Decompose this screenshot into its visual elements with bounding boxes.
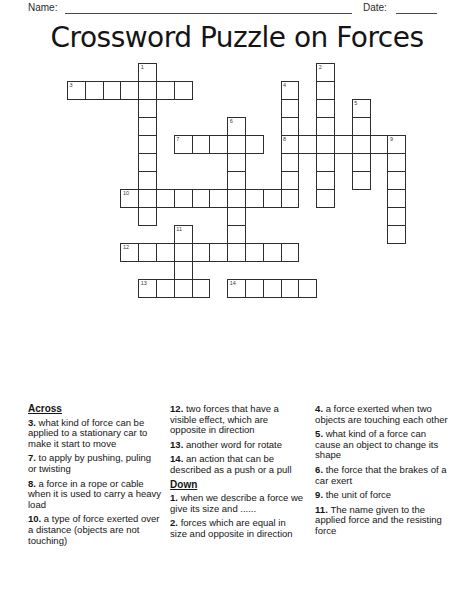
grid-cell[interactable] [174,243,193,262]
grid-cell[interactable]: 3 [67,81,86,100]
clue-across-8: 8. a force in a rope or cable when it is… [28,479,161,511]
grid-cell[interactable]: 11 [174,225,193,244]
clue-number: 10 [123,190,129,196]
grid-cell[interactable] [174,279,193,298]
grid-cell[interactable] [263,189,282,208]
grid-cell[interactable] [227,243,246,262]
clue-heading-across: Across [28,404,161,415]
clue-down-11: 11. The name given to the applied force … [315,505,452,537]
grid-cell[interactable] [227,171,246,190]
clue-number: 12 [123,244,129,250]
clue-across-13: 13. another word for rotate [170,440,304,451]
grid-cell[interactable] [316,135,335,154]
grid-cell[interactable] [85,81,104,100]
grid-cell[interactable] [174,261,193,280]
grid-cell[interactable] [352,117,371,136]
clue-number: 4 [283,82,286,88]
grid-cell[interactable]: 12 [120,243,139,262]
grid-cell[interactable] [138,135,157,154]
grid-cell[interactable] [227,153,246,172]
grid-cell[interactable] [138,153,157,172]
date-blank-line[interactable] [396,2,437,14]
grid-cell[interactable] [245,135,264,154]
grid-cell[interactable] [298,279,317,298]
clue-down-5: 5. what kind of a force can cause an obj… [315,429,452,461]
clue-down-4: 4. a force exerted when two objects are … [315,404,452,425]
grid-cell[interactable]: 14 [227,279,246,298]
clue-across-10: 10. a type of force exerted over a dista… [28,514,161,546]
grid-cell[interactable]: 6 [227,117,246,136]
grid-cell[interactable]: 4 [281,81,300,100]
clue-number: 13 [141,280,147,286]
grid-cell[interactable] [209,189,228,208]
grid-cell[interactable] [298,135,317,154]
grid-cell[interactable] [192,243,211,262]
name-blank-line[interactable] [65,2,352,14]
clue-col-2: 12. two forces that have a visible effec… [170,404,304,550]
grid-cell[interactable] [281,117,300,136]
clue-heading-down: Down [170,480,304,491]
grid-cell[interactable] [209,135,228,154]
clue-col-3: 4. a force exerted when two objects are … [315,404,452,550]
grid-cell[interactable] [245,189,264,208]
grid-cell[interactable] [192,279,211,298]
grid-cell[interactable] [352,153,371,172]
clue-col-1: Across3. what kind of force can be appli… [28,404,161,550]
grid-cell[interactable] [316,189,335,208]
grid-cell[interactable] [120,81,139,100]
grid-cell[interactable] [352,171,371,190]
grid-cell[interactable] [281,189,300,208]
grid-cell[interactable] [138,171,157,190]
clue-number: 6 [230,118,233,124]
grid-cell[interactable]: 10 [120,189,139,208]
clue-number: 9 [390,136,393,142]
grid-cell[interactable] [387,189,406,208]
grid-cell[interactable] [316,171,335,190]
grid-cell[interactable] [387,225,406,244]
grid-cell[interactable] [138,81,157,100]
grid-cell[interactable] [156,81,175,100]
grid-cell[interactable] [156,279,175,298]
clue-number: 8 [283,136,286,142]
grid-cell[interactable]: 1 [138,63,157,82]
grid-cell[interactable] [245,279,264,298]
grid-cell[interactable] [138,207,157,226]
grid-cell[interactable] [316,153,335,172]
grid-cell[interactable]: 13 [138,279,157,298]
grid-cell[interactable]: 8 [281,135,300,154]
clue-number: 1 [141,64,144,70]
grid-cell[interactable] [103,81,122,100]
grid-cell[interactable] [387,171,406,190]
crossword-board: 1234567891011121314 [67,63,406,298]
clue-number: 3 [70,82,73,88]
clue-across-7: 7. to apply by pushing, puling or twisti… [28,453,161,474]
clue-number: 14 [230,280,236,286]
grid-cell[interactable] [316,99,335,118]
grid-cell[interactable] [263,243,282,262]
clue-across-3: 3. what kind of force can be applied to … [28,418,161,450]
grid-cell[interactable] [192,189,211,208]
grid-cell[interactable] [227,207,246,226]
grid-cell[interactable] [209,243,228,262]
name-label: Name: [28,2,57,13]
grid-cell[interactable] [281,171,300,190]
grid-cell[interactable] [370,135,389,154]
clue-number: 7 [176,136,179,142]
grid-cell[interactable] [281,153,300,172]
grid-cell[interactable] [387,153,406,172]
clue-down-6: 6. the force that the brakes of a car ex… [315,465,452,486]
grid-cell[interactable] [138,117,157,136]
grid-cell[interactable] [281,99,300,118]
grid-cell[interactable] [245,243,264,262]
grid-cell[interactable] [281,243,300,262]
clue-number: 5 [354,100,357,106]
grid-cell[interactable] [352,135,371,154]
grid-cell[interactable]: 5 [352,99,371,118]
grid-cell[interactable]: 7 [174,135,193,154]
worksheet-page: Name: Date: Crossword Puzzle on Forces 1… [0,0,474,613]
clue-down-2: 2. forces which are equal in size and op… [170,518,304,539]
clue-across-14: 14. an action that can be described as a… [170,454,304,475]
grid-cell[interactable] [138,189,157,208]
grid-cell[interactable] [316,81,335,100]
grid-cell[interactable] [192,135,211,154]
grid-cell[interactable] [316,117,335,136]
grid-cell[interactable] [156,243,175,262]
grid-cell[interactable] [281,279,300,298]
grid-cell[interactable] [387,207,406,226]
grid-cell[interactable] [156,189,175,208]
clue-down-9: 9. the unit of force [315,490,452,501]
date-label: Date: [363,2,387,13]
page-title: Crossword Puzzle on Forces [0,21,474,54]
clues-section: Across3. what kind of force can be appli… [28,404,452,550]
grid-cell[interactable] [174,81,193,100]
clue-across-12: 12. two forces that have a visible effec… [170,404,304,436]
clue-number: 2 [319,64,322,70]
grid-cell[interactable] [227,225,246,244]
grid-cell[interactable]: 9 [387,135,406,154]
grid-cell[interactable] [227,135,246,154]
grid-cell[interactable]: 2 [316,63,335,82]
grid-cell[interactable] [138,243,157,262]
grid-cell[interactable] [263,279,282,298]
grid-cell[interactable] [227,189,246,208]
grid-cell[interactable] [138,99,157,118]
grid-cell[interactable] [334,135,353,154]
clue-number: 11 [176,226,182,232]
grid-cell[interactable] [174,189,193,208]
clue-down-1: 1. when we describe a force we give its … [170,493,304,514]
